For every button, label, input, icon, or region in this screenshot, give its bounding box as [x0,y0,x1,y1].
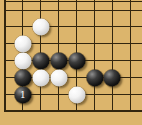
white-stone-b4 [14,52,31,69]
go-diagram: 1 [0,0,142,125]
grid-line-vertical [94,0,95,112]
cropped-top-grid-line [4,1,142,2]
white-stone-b5 [14,35,31,52]
move-number-label: 1 [20,90,26,99]
black-stone-d4 [50,52,67,69]
grid-line-horizontal [4,10,142,11]
black-stone-b3 [14,69,31,86]
black-stone-f3 [86,69,103,86]
grid-line-horizontal [4,26,142,27]
white-stone-c6 [32,18,49,35]
black-stone-e4 [68,52,85,69]
board-left-edge-line [4,0,6,112]
grid-line-vertical [112,0,113,112]
grid-line-vertical [130,0,131,112]
white-stone-e2 [68,86,85,103]
black-stone-g3 [104,69,121,86]
board-bottom-edge-line [4,110,142,112]
white-stone-d3 [50,69,67,86]
black-stone-b2-move-1: 1 [14,86,31,103]
black-stone-c4 [32,52,49,69]
go-board[interactable]: 1 [0,0,142,125]
white-stone-c3 [32,69,49,86]
